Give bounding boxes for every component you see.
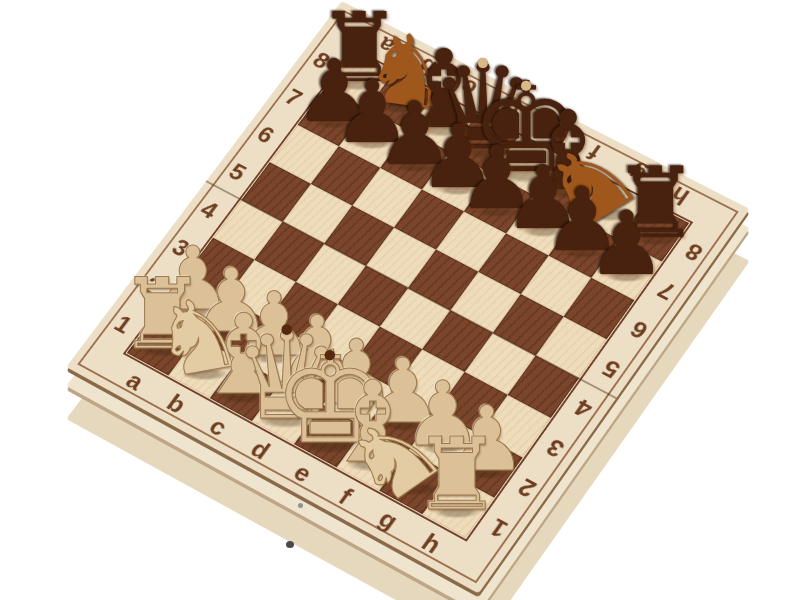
edge-screw — [298, 503, 303, 508]
photo-canvas: abcdefgh abcdefgh 87654321 87654321 ♜♞♟♝… — [0, 0, 800, 600]
coord-label-3: 3 — [542, 434, 569, 461]
coord-label-6: 6 — [253, 122, 279, 147]
coord-label-f: f — [334, 484, 356, 508]
coord-label-6: 6 — [626, 316, 652, 342]
coord-label-h: h — [418, 529, 446, 557]
coord-label-5: 5 — [225, 159, 251, 184]
coord-label-5: 5 — [598, 355, 624, 382]
piece-black-pawn-h7[interactable]: ♟ — [587, 200, 666, 288]
piece-white-rook-h1[interactable]: ♜ — [412, 425, 502, 525]
coord-label-a: a — [122, 368, 149, 394]
edge-clasp — [286, 541, 294, 548]
coord-label-4: 4 — [570, 395, 597, 422]
coord-label-4: 4 — [197, 197, 223, 222]
